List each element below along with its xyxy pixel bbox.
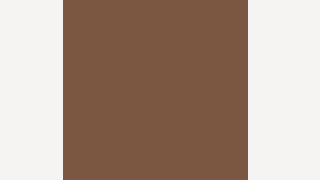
rank-labels-left <box>63 6 70 173</box>
board-grid <box>70 6 241 173</box>
chess-board <box>63 0 248 180</box>
board-middle <box>63 6 248 173</box>
rank-labels-right <box>241 6 248 173</box>
file-labels-bottom <box>63 173 248 180</box>
